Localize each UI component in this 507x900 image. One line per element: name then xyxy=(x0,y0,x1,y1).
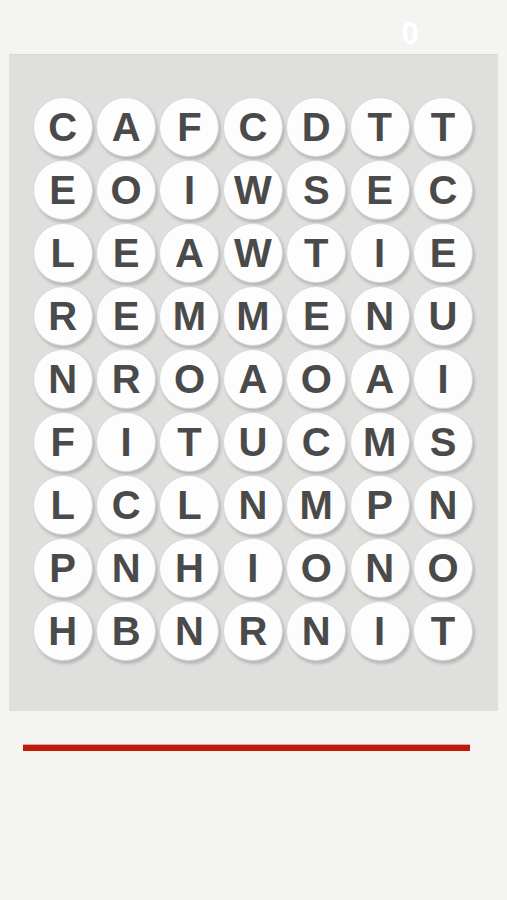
letter-tile[interactable]: E xyxy=(33,160,93,220)
tile-letter: O xyxy=(111,170,142,210)
letter-tile[interactable]: E xyxy=(96,223,156,283)
grid-cell: R xyxy=(94,347,157,410)
timer-bar xyxy=(23,744,470,751)
letter-tile[interactable]: M xyxy=(159,286,219,346)
grid-cell: P xyxy=(31,537,94,600)
grid-cell: F xyxy=(158,95,221,158)
grid-cell: C xyxy=(411,158,474,221)
letter-tile[interactable]: E xyxy=(96,286,156,346)
letter-tile[interactable]: M xyxy=(286,475,346,535)
grid-cell: P xyxy=(348,474,411,537)
grid-cell: O xyxy=(411,537,474,600)
grid-cell: R xyxy=(31,284,94,347)
letter-tile[interactable]: H xyxy=(33,601,93,661)
letter-tile[interactable]: M xyxy=(350,412,410,472)
letter-tile[interactable]: T xyxy=(159,412,219,472)
letter-tile[interactable]: F xyxy=(33,412,93,472)
letter-tile[interactable]: L xyxy=(33,475,93,535)
grid-cell: I xyxy=(411,347,474,410)
grid-cell: M xyxy=(348,410,411,473)
letter-tile[interactable]: E xyxy=(286,286,346,346)
letter-tile[interactable]: M xyxy=(223,286,283,346)
grid-cell: U xyxy=(221,410,284,473)
tile-letter: R xyxy=(112,359,141,399)
score-display: 0 xyxy=(396,16,424,52)
tile-letter: S xyxy=(430,422,457,462)
tile-letter: C xyxy=(302,422,331,462)
letter-tile[interactable]: W xyxy=(223,223,283,283)
letter-tile[interactable]: T xyxy=(286,223,346,283)
grid-cell: W xyxy=(221,221,284,284)
tile-letter: I xyxy=(184,170,195,210)
tile-letter: N xyxy=(302,611,331,651)
tile-letter: R xyxy=(48,296,77,336)
letter-tile[interactable]: A xyxy=(159,223,219,283)
tile-letter: U xyxy=(238,422,267,462)
letter-tile[interactable]: E xyxy=(413,223,473,283)
tile-letter: T xyxy=(431,611,455,651)
grid-cell: A xyxy=(158,221,221,284)
letter-tile[interactable]: U xyxy=(413,286,473,346)
letter-tile[interactable]: C xyxy=(33,97,93,157)
grid-cell: O xyxy=(285,347,348,410)
grid-cell: I xyxy=(158,158,221,221)
grid-cell: A xyxy=(348,347,411,410)
letter-tile[interactable]: N xyxy=(159,601,219,661)
tile-letter: I xyxy=(374,233,385,273)
grid-cell: T xyxy=(411,95,474,158)
tile-letter: O xyxy=(427,548,458,588)
letter-tile[interactable]: L xyxy=(33,223,93,283)
tile-letter: P xyxy=(49,548,76,588)
letter-tile[interactable]: N xyxy=(350,538,410,598)
grid-cell: N xyxy=(31,347,94,410)
grid-cell: S xyxy=(285,158,348,221)
letter-tile[interactable]: I xyxy=(350,601,410,661)
grid-cell: M xyxy=(285,474,348,537)
grid-cell: I xyxy=(348,221,411,284)
letter-tile[interactable]: O xyxy=(286,349,346,409)
tile-letter: I xyxy=(121,422,132,462)
tile-letter: C xyxy=(429,170,458,210)
grid-cell: C xyxy=(221,95,284,158)
tile-letter: N xyxy=(365,548,394,588)
tile-letter: T xyxy=(177,422,201,462)
grid-cell: N xyxy=(411,474,474,537)
tile-letter: E xyxy=(113,233,140,273)
letter-tile[interactable]: R xyxy=(33,286,93,346)
tile-letter: B xyxy=(112,611,141,651)
letter-tile[interactable]: S xyxy=(286,160,346,220)
tile-letter: N xyxy=(175,611,204,651)
letter-tile[interactable]: W xyxy=(223,160,283,220)
tile-letter: E xyxy=(366,170,393,210)
grid-cell: T xyxy=(158,410,221,473)
grid-cell: N xyxy=(348,284,411,347)
grid-cell: S xyxy=(411,410,474,473)
grid-cell: N xyxy=(285,600,348,663)
tile-letter: L xyxy=(177,485,201,525)
grid-cell: E xyxy=(94,284,157,347)
letter-tile[interactable]: T xyxy=(413,601,473,661)
letter-tile[interactable]: P xyxy=(33,538,93,598)
tile-letter: N xyxy=(365,296,394,336)
letter-tile[interactable]: T xyxy=(350,97,410,157)
letter-tile[interactable]: N xyxy=(33,349,93,409)
letter-tile[interactable]: C xyxy=(223,97,283,157)
letter-tile[interactable]: I xyxy=(350,223,410,283)
tile-letter: O xyxy=(301,548,332,588)
grid-cell: L xyxy=(31,221,94,284)
letter-tile[interactable]: I xyxy=(96,412,156,472)
tile-letter: L xyxy=(50,485,74,525)
tile-letter: T xyxy=(431,107,455,147)
letter-tile[interactable]: N xyxy=(286,601,346,661)
letter-tile[interactable]: O xyxy=(286,538,346,598)
letter-tile[interactable]: B xyxy=(96,601,156,661)
grid-cell: N xyxy=(221,474,284,537)
grid-cell: N xyxy=(348,537,411,600)
letter-tile[interactable]: U xyxy=(223,412,283,472)
letter-tile[interactable]: H xyxy=(159,538,219,598)
tile-letter: A xyxy=(238,359,267,399)
grid-cell: H xyxy=(31,600,94,663)
board: CAFCDTTEOIWSECLEAWTIEREMMENUNROAOAIFITUC… xyxy=(9,54,498,711)
grid-cell: E xyxy=(94,221,157,284)
grid-cell: E xyxy=(285,284,348,347)
tile-letter: T xyxy=(367,107,391,147)
letter-tile[interactable]: S xyxy=(413,412,473,472)
tile-letter: M xyxy=(300,485,333,525)
letter-tile[interactable]: I xyxy=(159,160,219,220)
grid-cell: M xyxy=(158,284,221,347)
tile-letter: N xyxy=(48,359,77,399)
letter-tile[interactable]: A xyxy=(350,349,410,409)
grid-cell: M xyxy=(221,284,284,347)
tile-letter: C xyxy=(238,107,267,147)
letter-tile[interactable]: O xyxy=(159,349,219,409)
grid-cell: I xyxy=(94,410,157,473)
tile-letter: R xyxy=(238,611,267,651)
tile-letter: P xyxy=(366,485,393,525)
grid-cell: W xyxy=(221,158,284,221)
letter-tile[interactable]: A xyxy=(223,349,283,409)
letter-tile[interactable]: I xyxy=(223,538,283,598)
letter-tile[interactable]: O xyxy=(413,538,473,598)
letter-tile[interactable]: N xyxy=(223,475,283,535)
tile-letter: M xyxy=(363,422,396,462)
word-search-screen: 0 CAFCDTTEOIWSECLEAWTIEREMMENUNROAOAIFIT… xyxy=(0,0,507,900)
tile-letter: E xyxy=(113,296,140,336)
tile-letter: W xyxy=(234,170,272,210)
letter-tile[interactable]: C xyxy=(286,412,346,472)
tile-letter: F xyxy=(50,422,74,462)
grid-cell: R xyxy=(221,600,284,663)
tile-letter: A xyxy=(365,359,394,399)
letter-tile[interactable]: N xyxy=(413,475,473,535)
grid-cell: U xyxy=(411,284,474,347)
tile-letter: L xyxy=(50,233,74,273)
letter-tile[interactable]: T xyxy=(413,97,473,157)
grid-cell: H xyxy=(158,537,221,600)
grid-cell: I xyxy=(348,600,411,663)
tile-letter: N xyxy=(112,548,141,588)
tile-letter: M xyxy=(173,296,206,336)
tile-letter: S xyxy=(303,170,330,210)
letter-tile[interactable]: P xyxy=(350,475,410,535)
grid-cell: O xyxy=(158,347,221,410)
letter-tile[interactable]: C xyxy=(96,475,156,535)
tile-letter: N xyxy=(238,485,267,525)
tile-letter: W xyxy=(234,233,272,273)
letter-tile[interactable]: R xyxy=(96,349,156,409)
tile-letter: A xyxy=(112,107,141,147)
tile-letter: D xyxy=(302,107,331,147)
tile-letter: H xyxy=(48,611,77,651)
letter-tile[interactable]: E xyxy=(350,160,410,220)
letter-tile[interactable]: F xyxy=(159,97,219,157)
tile-letter: O xyxy=(174,359,205,399)
tile-letter: F xyxy=(177,107,201,147)
grid-cell: E xyxy=(348,158,411,221)
tile-letter: C xyxy=(48,107,77,147)
tile-letter: N xyxy=(429,485,458,525)
grid-cell: N xyxy=(94,537,157,600)
grid-cell: O xyxy=(285,537,348,600)
grid-cell: C xyxy=(285,410,348,473)
grid-cell: T xyxy=(348,95,411,158)
grid-cell: I xyxy=(221,537,284,600)
tile-letter: U xyxy=(429,296,458,336)
grid-cell: E xyxy=(31,158,94,221)
letter-tile[interactable]: L xyxy=(159,475,219,535)
grid-cell: N xyxy=(158,600,221,663)
board-grid: CAFCDTTEOIWSECLEAWTIEREMMENUNROAOAIFITUC… xyxy=(9,55,498,663)
tile-letter: E xyxy=(430,233,457,273)
letter-tile[interactable]: I xyxy=(413,349,473,409)
grid-cell: A xyxy=(221,347,284,410)
letter-tile[interactable]: N xyxy=(350,286,410,346)
grid-cell: T xyxy=(411,600,474,663)
letter-tile[interactable]: A xyxy=(96,97,156,157)
grid-cell: D xyxy=(285,95,348,158)
tile-letter: E xyxy=(303,296,330,336)
tile-letter: A xyxy=(175,233,204,273)
grid-cell: A xyxy=(94,95,157,158)
grid-cell: F xyxy=(31,410,94,473)
letter-tile[interactable]: N xyxy=(96,538,156,598)
tile-letter: H xyxy=(175,548,204,588)
tile-letter: E xyxy=(49,170,76,210)
tile-letter: T xyxy=(304,233,328,273)
tile-letter: C xyxy=(112,485,141,525)
letter-tile[interactable]: D xyxy=(286,97,346,157)
grid-cell: L xyxy=(31,474,94,537)
tile-letter: M xyxy=(236,296,269,336)
grid-cell: O xyxy=(94,158,157,221)
grid-cell: C xyxy=(94,474,157,537)
letter-tile[interactable]: R xyxy=(223,601,283,661)
grid-cell: L xyxy=(158,474,221,537)
grid-cell: B xyxy=(94,600,157,663)
tile-letter: I xyxy=(247,548,258,588)
tile-letter: O xyxy=(301,359,332,399)
tile-letter: I xyxy=(374,611,385,651)
grid-cell: T xyxy=(285,221,348,284)
grid-cell: E xyxy=(411,221,474,284)
tile-letter: I xyxy=(437,359,448,399)
letter-tile[interactable]: C xyxy=(413,160,473,220)
grid-cell: C xyxy=(31,95,94,158)
letter-tile[interactable]: O xyxy=(96,160,156,220)
